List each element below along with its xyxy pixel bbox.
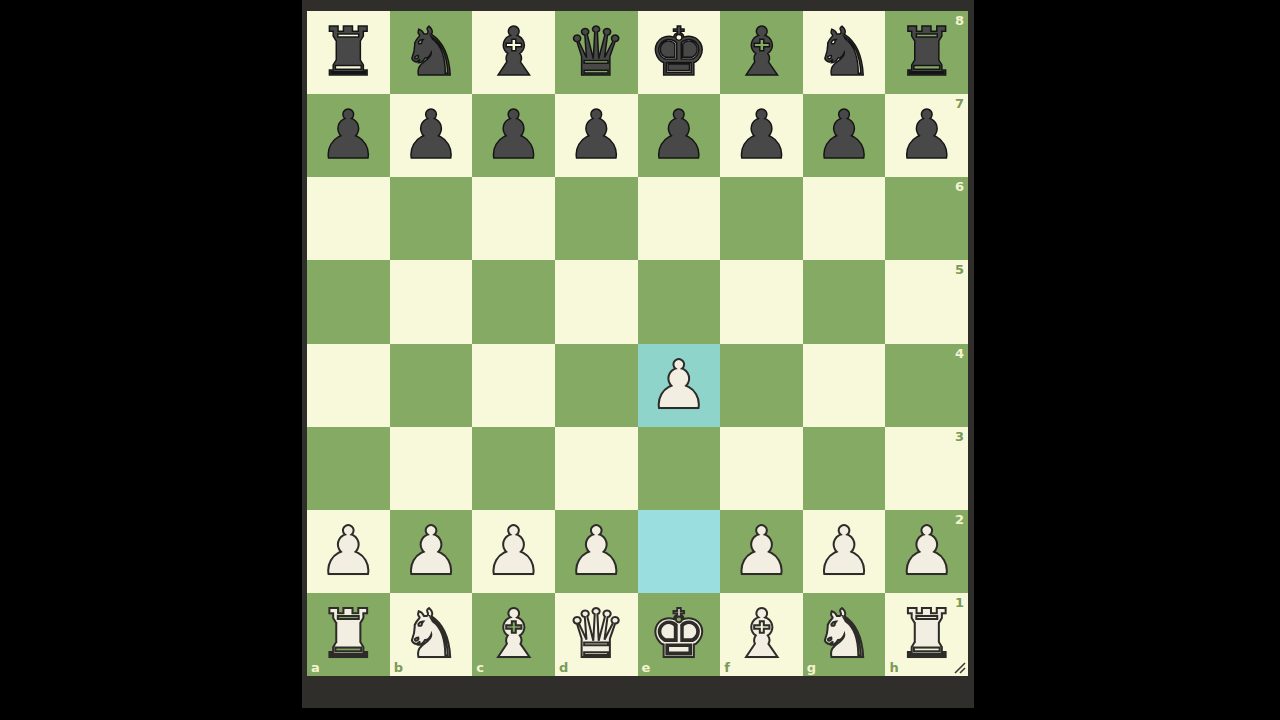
square-d4[interactable] — [555, 344, 638, 427]
square-d1[interactable]: ♛d — [555, 593, 638, 676]
rank-label-4: 4 — [955, 346, 964, 361]
square-d3[interactable] — [555, 427, 638, 510]
square-g6[interactable] — [803, 177, 886, 260]
black-king-e8[interactable]: ♚ — [638, 11, 721, 94]
square-e4[interactable]: ♟ — [638, 344, 721, 427]
white-pawn-e4[interactable]: ♟ — [638, 344, 721, 427]
white-pawn-h2[interactable]: ♟ — [885, 510, 968, 593]
square-a6[interactable] — [307, 177, 390, 260]
square-b4[interactable] — [390, 344, 473, 427]
square-e1[interactable]: ♚e — [638, 593, 721, 676]
square-a1[interactable]: ♜a — [307, 593, 390, 676]
black-rook-h8[interactable]: ♜ — [885, 11, 968, 94]
square-h3[interactable]: 3 — [885, 427, 968, 510]
square-g2[interactable]: ♟ — [803, 510, 886, 593]
black-pawn-f7[interactable]: ♟ — [720, 94, 803, 177]
white-pawn-a2[interactable]: ♟ — [307, 510, 390, 593]
square-f1[interactable]: ♝f — [720, 593, 803, 676]
white-pawn-c2[interactable]: ♟ — [472, 510, 555, 593]
square-f6[interactable] — [720, 177, 803, 260]
black-bishop-c8[interactable]: ♝ — [472, 11, 555, 94]
square-h8[interactable]: ♜8 — [885, 11, 968, 94]
square-b8[interactable]: ♞ — [390, 11, 473, 94]
square-d6[interactable] — [555, 177, 638, 260]
square-d7[interactable]: ♟ — [555, 94, 638, 177]
white-king-e1[interactable]: ♚ — [638, 593, 721, 676]
square-c4[interactable] — [472, 344, 555, 427]
square-e2[interactable] — [638, 510, 721, 593]
square-b6[interactable] — [390, 177, 473, 260]
white-pawn-g2[interactable]: ♟ — [803, 510, 886, 593]
square-e6[interactable] — [638, 177, 721, 260]
black-pawn-h7[interactable]: ♟ — [885, 94, 968, 177]
square-c7[interactable]: ♟ — [472, 94, 555, 177]
square-a2[interactable]: ♟ — [307, 510, 390, 593]
square-d5[interactable] — [555, 260, 638, 343]
square-e5[interactable] — [638, 260, 721, 343]
rank-label-5: 5 — [955, 262, 964, 277]
square-c1[interactable]: ♝c — [472, 593, 555, 676]
square-g4[interactable] — [803, 344, 886, 427]
white-bishop-c1[interactable]: ♝ — [472, 593, 555, 676]
square-c3[interactable] — [472, 427, 555, 510]
square-c6[interactable] — [472, 177, 555, 260]
square-d8[interactable]: ♛ — [555, 11, 638, 94]
square-b3[interactable] — [390, 427, 473, 510]
square-h2[interactable]: ♟2 — [885, 510, 968, 593]
square-a3[interactable] — [307, 427, 390, 510]
square-f3[interactable] — [720, 427, 803, 510]
chess-board[interactable]: ♜♞♝♛♚♝♞♜8♟♟♟♟♟♟♟♟765♟43♟♟♟♟♟♟♟2♜a♞b♝c♛d♚… — [307, 11, 968, 676]
square-b1[interactable]: ♞b — [390, 593, 473, 676]
square-a7[interactable]: ♟ — [307, 94, 390, 177]
square-f5[interactable] — [720, 260, 803, 343]
black-pawn-b7[interactable]: ♟ — [390, 94, 473, 177]
black-knight-g8[interactable]: ♞ — [803, 11, 886, 94]
square-f4[interactable] — [720, 344, 803, 427]
board-resize-handle[interactable] — [951, 659, 966, 674]
square-c8[interactable]: ♝ — [472, 11, 555, 94]
square-b7[interactable]: ♟ — [390, 94, 473, 177]
black-pawn-e7[interactable]: ♟ — [638, 94, 721, 177]
square-g5[interactable] — [803, 260, 886, 343]
square-h4[interactable]: 4 — [885, 344, 968, 427]
rank-label-6: 6 — [955, 179, 964, 194]
black-pawn-g7[interactable]: ♟ — [803, 94, 886, 177]
white-knight-g1[interactable]: ♞ — [803, 593, 886, 676]
white-pawn-b2[interactable]: ♟ — [390, 510, 473, 593]
square-b2[interactable]: ♟ — [390, 510, 473, 593]
black-pawn-a7[interactable]: ♟ — [307, 94, 390, 177]
white-knight-b1[interactable]: ♞ — [390, 593, 473, 676]
black-bishop-f8[interactable]: ♝ — [720, 11, 803, 94]
square-g1[interactable]: ♞g — [803, 593, 886, 676]
square-f2[interactable]: ♟ — [720, 510, 803, 593]
page-background: { "game": "chess", "position": { "fen": … — [0, 0, 1280, 720]
white-pawn-f2[interactable]: ♟ — [720, 510, 803, 593]
square-h5[interactable]: 5 — [885, 260, 968, 343]
square-h6[interactable]: 6 — [885, 177, 968, 260]
black-pawn-d7[interactable]: ♟ — [555, 94, 638, 177]
square-a4[interactable] — [307, 344, 390, 427]
square-h7[interactable]: ♟7 — [885, 94, 968, 177]
square-e3[interactable] — [638, 427, 721, 510]
square-e8[interactable]: ♚ — [638, 11, 721, 94]
white-rook-a1[interactable]: ♜ — [307, 593, 390, 676]
square-g8[interactable]: ♞ — [803, 11, 886, 94]
square-a5[interactable] — [307, 260, 390, 343]
white-bishop-f1[interactable]: ♝ — [720, 593, 803, 676]
black-queen-d8[interactable]: ♛ — [555, 11, 638, 94]
square-e7[interactable]: ♟ — [638, 94, 721, 177]
square-c5[interactable] — [472, 260, 555, 343]
square-a8[interactable]: ♜ — [307, 11, 390, 94]
square-f8[interactable]: ♝ — [720, 11, 803, 94]
black-rook-a8[interactable]: ♜ — [307, 11, 390, 94]
square-f7[interactable]: ♟ — [720, 94, 803, 177]
square-g7[interactable]: ♟ — [803, 94, 886, 177]
square-c2[interactable]: ♟ — [472, 510, 555, 593]
black-knight-b8[interactable]: ♞ — [390, 11, 473, 94]
square-d2[interactable]: ♟ — [555, 510, 638, 593]
rank-label-3: 3 — [955, 429, 964, 444]
black-pawn-c7[interactable]: ♟ — [472, 94, 555, 177]
square-b5[interactable] — [390, 260, 473, 343]
white-queen-d1[interactable]: ♛ — [555, 593, 638, 676]
square-g3[interactable] — [803, 427, 886, 510]
white-pawn-d2[interactable]: ♟ — [555, 510, 638, 593]
